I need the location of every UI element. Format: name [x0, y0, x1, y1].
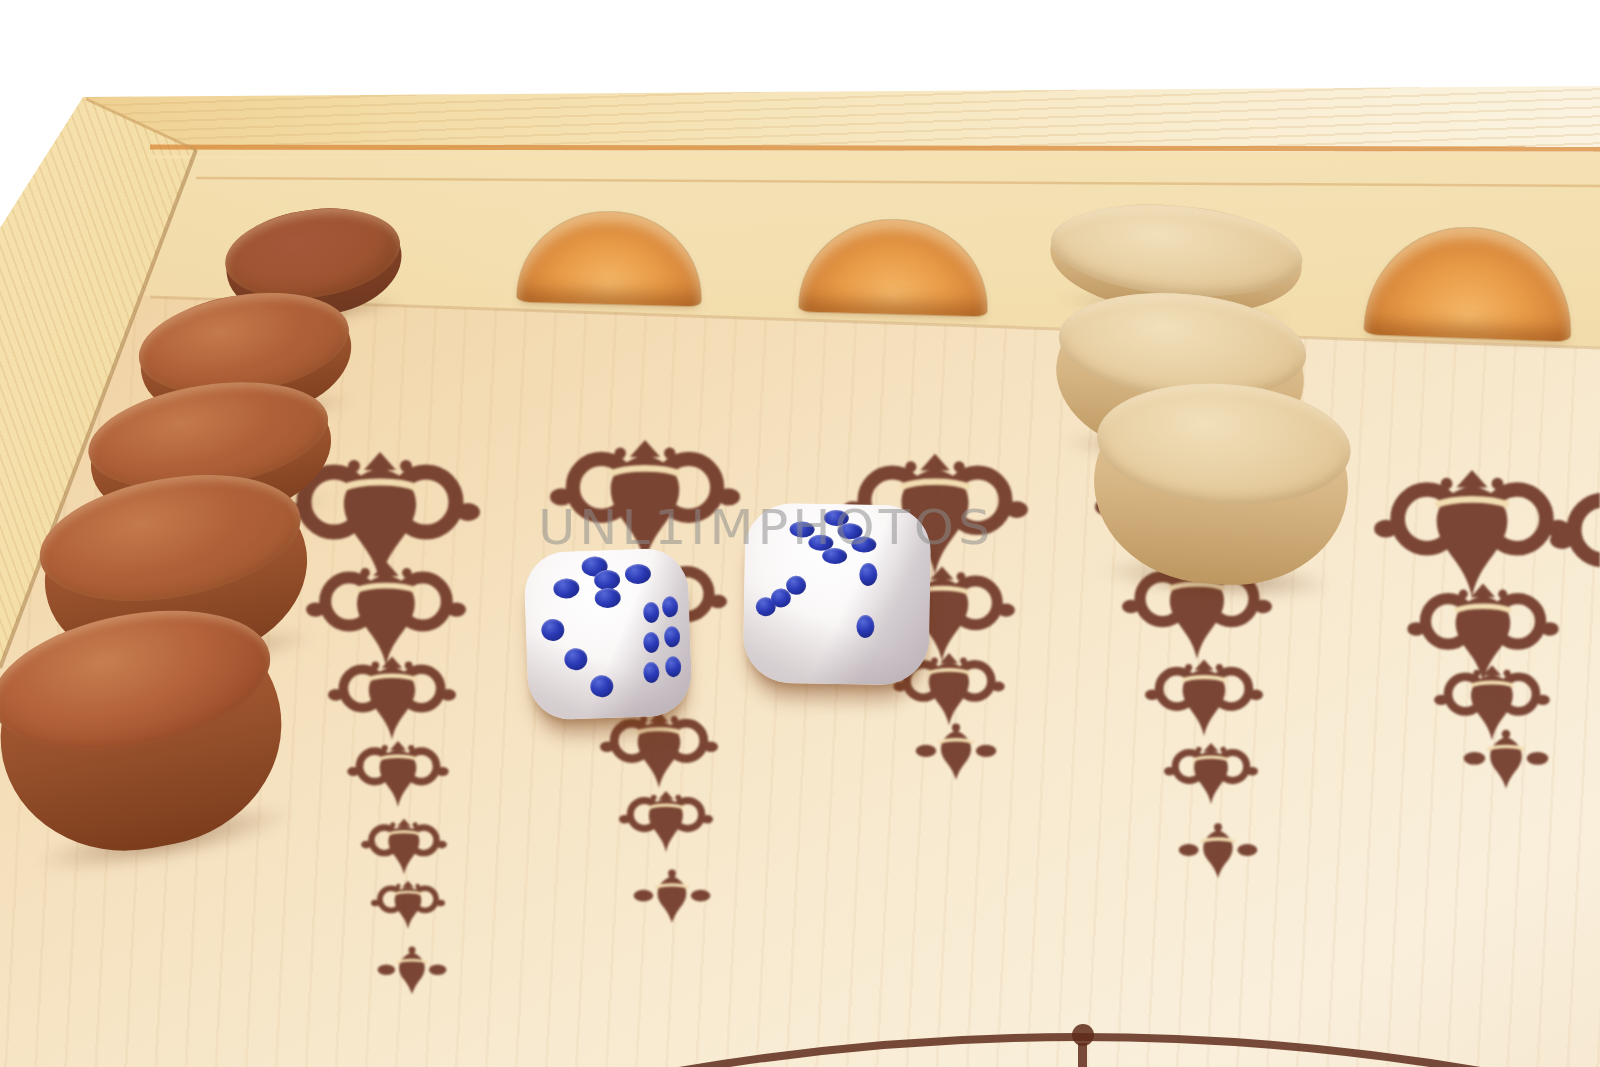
pip: [564, 648, 588, 671]
pip: [643, 602, 660, 624]
ornament-column-1: [280, 452, 480, 994]
pip: [664, 626, 681, 648]
ornament-column-5: [1374, 470, 1570, 788]
pip: [643, 632, 660, 654]
stock-watermark: UNL1IMPHOTOS: [538, 499, 1098, 555]
pip: [856, 615, 874, 638]
checker-brown-5[interactable]: [0, 589, 302, 873]
pip: [786, 576, 806, 595]
pip: [643, 662, 660, 684]
die-left-showing-5[interactable]: [523, 547, 693, 721]
pip: [553, 578, 580, 599]
checker-light-3[interactable]: [1087, 375, 1354, 592]
pip: [859, 563, 877, 586]
pip: [541, 619, 565, 642]
pip: [625, 563, 652, 584]
pip: [594, 588, 621, 609]
pip: [590, 675, 614, 698]
pip: [665, 656, 682, 678]
backgammon-photo: UNL1IMPHOTOS: [0, 0, 1600, 1067]
pip: [662, 596, 679, 618]
ornament-column-6-partial: [1550, 480, 1600, 610]
